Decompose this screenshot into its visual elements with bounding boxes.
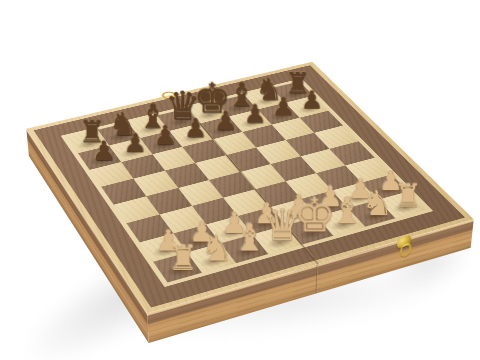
piece-shadow bbox=[237, 116, 267, 129]
board-top-surface: ♜♞♝♛♚♝♞♜♟♟♟♟♟♟♟♟♟♟♟♟♟♟♟♟♜♞♝♛♚♝♞♜ bbox=[26, 62, 473, 314]
fold-seam-front bbox=[316, 264, 319, 294]
product-photo-stage: ♜♞♝♛♚♝♞♜♟♟♟♟♟♟♟♟♟♟♟♟♟♟♟♟♜♞♝♛♚♝♞♜ bbox=[0, 0, 480, 360]
brass-clasp bbox=[394, 233, 414, 261]
chess-board-box: ♜♞♝♛♚♝♞♜♟♟♟♟♟♟♟♟♟♟♟♟♟♟♟♟♜♞♝♛♚♝♞♜ bbox=[26, 62, 473, 314]
piece-shadow bbox=[149, 242, 183, 259]
piece-shadow bbox=[75, 137, 105, 151]
photo-scene: ♜♞♝♛♚♝♞♜♟♟♟♟♟♟♟♟♟♟♟♟♟♟♟♟♜♞♝♛♚♝♞♜ bbox=[0, 0, 480, 360]
